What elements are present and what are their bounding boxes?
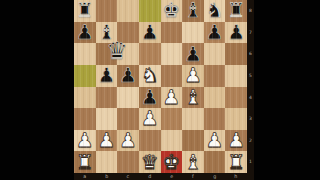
white-rook-a1: ♜ (76, 152, 94, 173)
square-b3[interactable] (96, 108, 118, 130)
rank-label-5: 5 (248, 68, 253, 84)
black-rook-h8: ♜ (227, 0, 245, 21)
black-bishop-b7: ♝ (97, 22, 115, 43)
file-label-g: g (206, 174, 223, 180)
square-a1[interactable]: ♜ (74, 151, 96, 173)
square-f1[interactable]: ♝ (182, 151, 204, 173)
square-f2[interactable] (182, 130, 204, 152)
rank-label-7: 7 (248, 24, 253, 40)
white-pawn-g2: ♟ (206, 130, 224, 151)
square-e7[interactable] (161, 22, 183, 44)
board: ♜♚♝♞♜♟♝♟♟♟♟♟♟♞♟♟♟♝♟♟♟♟♟♟♜♛♚♝♜ (74, 0, 247, 173)
white-pawn-h2: ♟ (227, 130, 245, 151)
square-c2[interactable]: ♟ (117, 130, 139, 152)
black-pawn-c5: ♟ (119, 65, 137, 86)
square-e6[interactable] (161, 43, 183, 65)
square-b1[interactable] (96, 151, 118, 173)
black-king-e8: ♚ (162, 0, 180, 21)
black-pawn-d7: ♟ (141, 22, 159, 43)
white-pawn-e4: ♟ (162, 87, 180, 108)
square-e3[interactable] (161, 108, 183, 130)
file-label-e: e (163, 174, 180, 180)
square-c8[interactable] (117, 0, 139, 22)
file-label-f: f (184, 174, 201, 180)
black-rook-a8: ♜ (76, 0, 94, 21)
square-d2[interactable] (139, 130, 161, 152)
square-c4[interactable] (117, 87, 139, 109)
square-e2[interactable] (161, 130, 183, 152)
square-g5[interactable] (204, 65, 226, 87)
black-pawn-d4: ♟ (141, 87, 159, 108)
file-label-a: a (76, 174, 93, 180)
square-f3[interactable] (182, 108, 204, 130)
square-a6[interactable] (74, 43, 96, 65)
square-b8[interactable] (96, 0, 118, 22)
black-pawn-a7: ♟ (76, 22, 94, 43)
black-bishop-f8: ♝ (184, 0, 202, 21)
square-g2[interactable]: ♟ (204, 130, 226, 152)
square-f6[interactable]: ♟ (182, 43, 204, 65)
square-h8[interactable]: ♜ (225, 0, 247, 22)
square-a2[interactable]: ♟ (74, 130, 96, 152)
white-pawn-d3: ♟ (141, 108, 159, 129)
file-label-h: h (228, 174, 245, 180)
rank-label-3: 3 (248, 111, 253, 127)
white-queen-d1: ♛ (141, 152, 159, 173)
square-h7[interactable]: ♟ (225, 22, 247, 44)
square-f5[interactable]: ♟ (182, 65, 204, 87)
white-pawn-f5: ♟ (184, 65, 202, 86)
rank-labels: 87654321 (247, 0, 254, 173)
square-c3[interactable] (117, 108, 139, 130)
square-a5[interactable] (74, 65, 96, 87)
board-frame: ♜♚♝♞♜♟♝♟♟♟♟♟♟♞♟♟♟♝♟♟♟♟♟♟♜♛♚♝♜ ♛ 87654321… (74, 0, 254, 180)
rank-label-1: 1 (248, 154, 253, 170)
square-c5[interactable]: ♟ (117, 65, 139, 87)
rank-label-6: 6 (248, 46, 253, 62)
square-f7[interactable] (182, 22, 204, 44)
black-pawn-h7: ♟ (227, 22, 245, 43)
square-d4[interactable]: ♟ (139, 87, 161, 109)
white-king-e1: ♚ (162, 152, 180, 173)
square-e1[interactable]: ♚ (161, 151, 183, 173)
square-f4[interactable]: ♝ (182, 87, 204, 109)
square-b6[interactable] (96, 43, 118, 65)
white-pawn-c2: ♟ (119, 130, 137, 151)
square-b5[interactable]: ♟ (96, 65, 118, 87)
white-rook-h1: ♜ (227, 152, 245, 173)
square-b4[interactable] (96, 87, 118, 109)
rank-label-2: 2 (248, 132, 253, 148)
square-d1[interactable]: ♛ (139, 151, 161, 173)
square-h2[interactable]: ♟ (225, 130, 247, 152)
square-c7[interactable] (117, 22, 139, 44)
white-bishop-f1: ♝ (184, 152, 202, 173)
square-f8[interactable]: ♝ (182, 0, 204, 22)
square-b2[interactable]: ♟ (96, 130, 118, 152)
square-h6[interactable] (225, 43, 247, 65)
white-knight-d5: ♞ (141, 65, 159, 86)
square-d7[interactable]: ♟ (139, 22, 161, 44)
square-g8[interactable]: ♞ (204, 0, 226, 22)
square-e4[interactable]: ♟ (161, 87, 183, 109)
file-label-d: d (141, 174, 158, 180)
square-h3[interactable] (225, 108, 247, 130)
square-h5[interactable] (225, 65, 247, 87)
square-d5[interactable]: ♞ (139, 65, 161, 87)
square-g7[interactable]: ♟ (204, 22, 226, 44)
square-a7[interactable]: ♟ (74, 22, 96, 44)
square-a8[interactable]: ♜ (74, 0, 96, 22)
white-pawn-b2: ♟ (97, 130, 115, 151)
square-d6[interactable] (139, 43, 161, 65)
square-a4[interactable] (74, 87, 96, 109)
white-bishop-f4: ♝ (184, 87, 202, 108)
black-pawn-g7: ♟ (206, 22, 224, 43)
white-pawn-a2: ♟ (76, 130, 94, 151)
square-h1[interactable]: ♜ (225, 151, 247, 173)
square-g1[interactable] (204, 151, 226, 173)
file-label-c: c (119, 174, 136, 180)
square-c1[interactable] (117, 151, 139, 173)
black-pawn-b5: ♟ (97, 65, 115, 86)
square-e8[interactable]: ♚ (161, 0, 183, 22)
square-g3[interactable] (204, 108, 226, 130)
square-h4[interactable] (225, 87, 247, 109)
black-knight-g8: ♞ (206, 0, 224, 21)
square-b7[interactable]: ♝ (96, 22, 118, 44)
rank-label-4: 4 (248, 89, 253, 105)
square-c6[interactable] (117, 43, 139, 65)
black-pawn-f6: ♟ (184, 44, 202, 65)
square-e5[interactable] (161, 65, 183, 87)
rank-label-8: 8 (248, 3, 253, 19)
square-g6[interactable] (204, 43, 226, 65)
video-frame: ♜♚♝♞♜♟♝♟♟♟♟♟♟♞♟♟♟♝♟♟♟♟♟♟♜♛♚♝♜ ♛ 87654321… (0, 0, 320, 180)
square-d8[interactable] (139, 0, 161, 22)
square-a3[interactable] (74, 108, 96, 130)
file-labels: abcdefgh (74, 173, 247, 180)
file-label-b: b (98, 174, 115, 180)
square-d3[interactable]: ♟ (139, 108, 161, 130)
square-g4[interactable] (204, 87, 226, 109)
